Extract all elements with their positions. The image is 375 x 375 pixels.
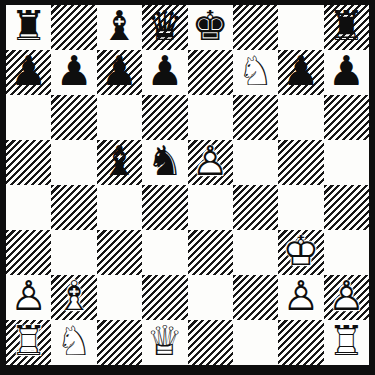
white-queen-icon: ♕ [146, 321, 183, 362]
black-pawn-icon: ♟ [10, 51, 47, 92]
square-h2[interactable]: ♟♙ [324, 275, 369, 320]
square-g3[interactable]: ♚♔ [278, 230, 323, 275]
square-e3[interactable] [188, 230, 233, 275]
white-pawn-icon: ♙ [283, 276, 320, 317]
square-g2[interactable]: ♟♙ [278, 275, 323, 320]
square-g6[interactable] [278, 95, 323, 140]
square-d3[interactable] [142, 230, 187, 275]
black-knight-icon: ♞ [146, 141, 183, 182]
black-pawn-icon: ♟ [101, 51, 138, 92]
square-a6[interactable] [6, 95, 51, 140]
square-g1[interactable] [278, 320, 323, 365]
square-d7[interactable]: ♟ [142, 50, 187, 95]
square-c5[interactable]: ♝ [97, 140, 142, 185]
square-e1[interactable] [188, 320, 233, 365]
white-pawn-icon: ♙ [10, 276, 47, 317]
square-h3[interactable] [324, 230, 369, 275]
square-d5[interactable]: ♞ [142, 140, 187, 185]
square-b3[interactable] [51, 230, 96, 275]
square-e6[interactable] [188, 95, 233, 140]
square-d2[interactable] [142, 275, 187, 320]
white-pawn-icon: ♙ [328, 276, 365, 317]
white-knight-icon: ♘ [56, 321, 93, 362]
square-a5[interactable] [6, 140, 51, 185]
square-h8[interactable]: ♜ [324, 5, 369, 50]
square-h1[interactable]: ♜♖ [324, 320, 369, 365]
square-d1[interactable]: ♛♕ [142, 320, 187, 365]
white-rook-icon: ♖ [328, 321, 365, 362]
square-c6[interactable] [97, 95, 142, 140]
square-d6[interactable] [142, 95, 187, 140]
square-d4[interactable] [142, 185, 187, 230]
square-c2[interactable] [97, 275, 142, 320]
square-g4[interactable] [278, 185, 323, 230]
chess-diagram: ♜♝♛♚♜♟♟♟♟♞♘♟♟♝♞♟♙♚♔♟♙♝♗♟♙♟♙♜♖♞♘♛♕♜♖ [0, 0, 375, 375]
square-h6[interactable] [324, 95, 369, 140]
square-f3[interactable] [233, 230, 278, 275]
square-b2[interactable]: ♝♗ [51, 275, 96, 320]
black-rook-icon: ♜ [328, 6, 365, 47]
square-a1[interactable]: ♜♖ [6, 320, 51, 365]
square-a8[interactable]: ♜ [6, 5, 51, 50]
square-e2[interactable] [188, 275, 233, 320]
white-king-icon: ♔ [283, 231, 320, 272]
black-pawn-icon: ♟ [56, 51, 93, 92]
square-b6[interactable] [51, 95, 96, 140]
white-knight-icon: ♘ [237, 51, 274, 92]
square-g5[interactable] [278, 140, 323, 185]
square-a2[interactable]: ♟♙ [6, 275, 51, 320]
black-king-icon: ♚ [192, 6, 229, 47]
black-rook-icon: ♜ [10, 6, 47, 47]
square-f5[interactable] [233, 140, 278, 185]
black-bishop-icon: ♝ [101, 6, 138, 47]
black-pawn-icon: ♟ [283, 51, 320, 92]
square-c8[interactable]: ♝ [97, 5, 142, 50]
black-bishop-icon: ♝ [101, 141, 138, 182]
square-a7[interactable]: ♟ [6, 50, 51, 95]
square-b8[interactable] [51, 5, 96, 50]
square-f7[interactable]: ♞♘ [233, 50, 278, 95]
square-e4[interactable] [188, 185, 233, 230]
square-c3[interactable] [97, 230, 142, 275]
square-f1[interactable] [233, 320, 278, 365]
square-e8[interactable]: ♚ [188, 5, 233, 50]
square-g8[interactable] [278, 5, 323, 50]
square-b1[interactable]: ♞♘ [51, 320, 96, 365]
square-f6[interactable] [233, 95, 278, 140]
square-f8[interactable] [233, 5, 278, 50]
square-h7[interactable]: ♟ [324, 50, 369, 95]
square-b5[interactable] [51, 140, 96, 185]
square-c7[interactable]: ♟ [97, 50, 142, 95]
square-a3[interactable] [6, 230, 51, 275]
square-f4[interactable] [233, 185, 278, 230]
square-a4[interactable] [6, 185, 51, 230]
black-queen-icon: ♛ [146, 6, 183, 47]
square-e5[interactable]: ♟♙ [188, 140, 233, 185]
white-pawn-icon: ♙ [192, 141, 229, 182]
white-bishop-icon: ♗ [56, 276, 93, 317]
square-h4[interactable] [324, 185, 369, 230]
square-g7[interactable]: ♟ [278, 50, 323, 95]
square-h5[interactable] [324, 140, 369, 185]
chess-board: ♜♝♛♚♜♟♟♟♟♞♘♟♟♝♞♟♙♚♔♟♙♝♗♟♙♟♙♜♖♞♘♛♕♜♖ [6, 5, 369, 365]
square-e7[interactable] [188, 50, 233, 95]
square-c4[interactable] [97, 185, 142, 230]
black-pawn-icon: ♟ [146, 51, 183, 92]
square-d8[interactable]: ♛ [142, 5, 187, 50]
white-rook-icon: ♖ [10, 321, 47, 362]
black-pawn-icon: ♟ [328, 51, 365, 92]
square-c1[interactable] [97, 320, 142, 365]
square-b4[interactable] [51, 185, 96, 230]
square-f2[interactable] [233, 275, 278, 320]
square-b7[interactable]: ♟ [51, 50, 96, 95]
